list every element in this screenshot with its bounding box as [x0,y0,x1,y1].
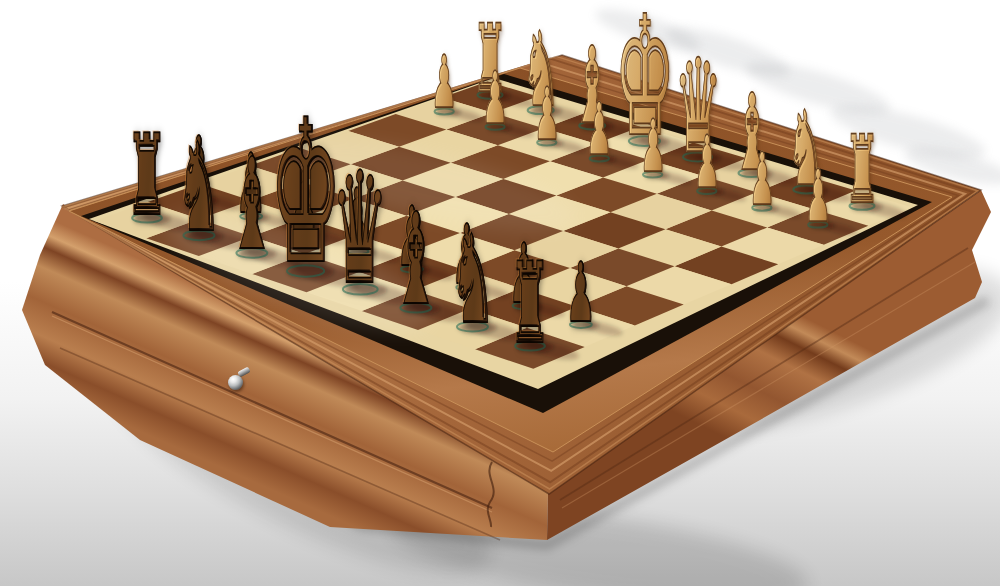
knob-ball [228,375,243,390]
chess-set-product-photo: ♜♞♟♝♟♚♟♛♟♝♟♞♟♟♜♟♟♜♟♟♞♟♝♟♚♟♛♟♝♟♞♜ [0,0,1000,586]
chess-board-and-case [0,0,1000,586]
